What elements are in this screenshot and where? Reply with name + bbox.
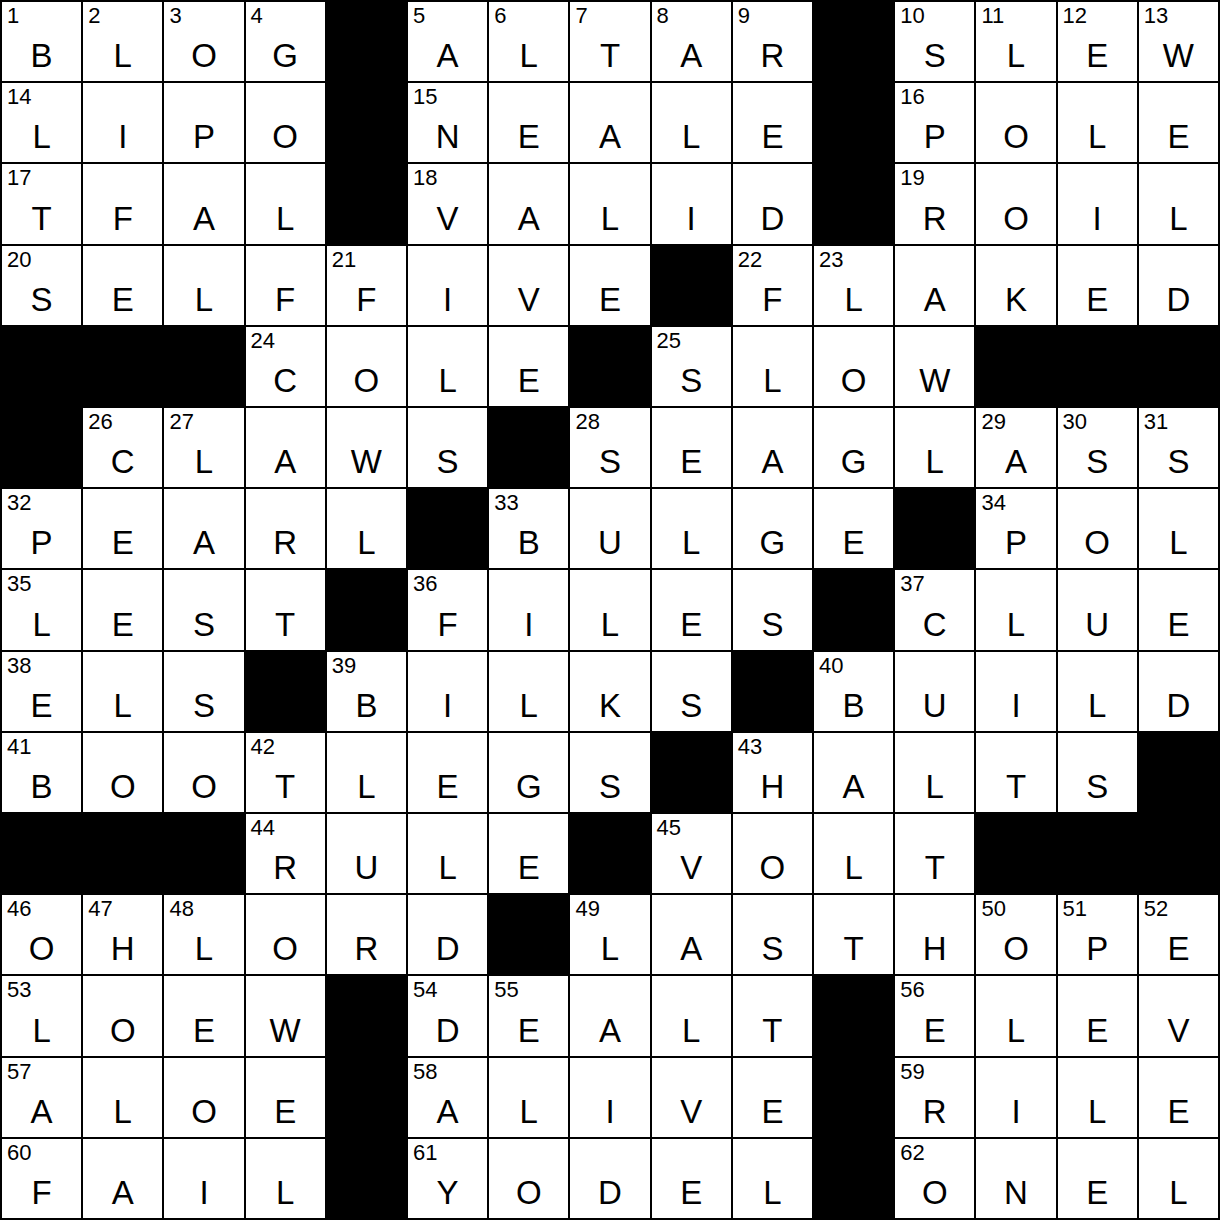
letter-cell-r14c3[interactable]: O (164, 1058, 243, 1137)
letter-cell-r11c11[interactable]: L (814, 814, 893, 893)
clue-number-25: 25 (657, 328, 681, 353)
letter-cell-r10c12[interactable]: L (895, 733, 974, 812)
letter-cell-r13c15[interactable]: V (1139, 976, 1218, 1055)
clue-number-26: 26 (88, 409, 112, 434)
letter-cell-r13c3[interactable]: E (164, 976, 243, 1055)
letter-cell-r13c1[interactable]: 53L (2, 976, 81, 1055)
letter-cell-r11c7[interactable]: E (489, 814, 568, 893)
cell-letter-r15c6: Y (408, 1176, 487, 1209)
letter-cell-r3c9[interactable]: I (652, 164, 731, 243)
letter-cell-r14c1[interactable]: 57A (2, 1058, 81, 1137)
letter-cell-r4c1[interactable]: 20S (2, 246, 81, 325)
letter-cell-r3c3[interactable]: A (164, 164, 243, 243)
cell-letter-r11c4: R (246, 851, 325, 884)
cell-letter-r8c1: L (2, 608, 81, 641)
block-cell-r5c2 (83, 327, 162, 406)
letter-cell-r14c12[interactable]: 59R (895, 1058, 974, 1137)
letter-cell-r15c15[interactable]: L (1139, 1139, 1218, 1218)
cell-letter-r12c13: O (976, 932, 1055, 965)
letter-cell-r5c6[interactable]: L (408, 327, 487, 406)
letter-cell-r9c11[interactable]: 40B (814, 652, 893, 731)
letter-cell-r7c13[interactable]: 34P (976, 489, 1055, 568)
letter-cell-r4c4[interactable]: F (246, 246, 325, 325)
letter-cell-r5c5[interactable]: O (327, 327, 406, 406)
letter-cell-r15c2[interactable]: A (83, 1139, 162, 1218)
cell-letter-r3c15: L (1139, 202, 1218, 235)
letter-cell-r6c15[interactable]: 31S (1139, 408, 1218, 487)
letter-cell-r3c13[interactable]: O (976, 164, 1055, 243)
letter-cell-r12c10[interactable]: S (733, 895, 812, 974)
letter-cell-r3c4[interactable]: L (246, 164, 325, 243)
cell-letter-r12c2: H (83, 932, 162, 965)
letter-cell-r12c3[interactable]: 48L (164, 895, 243, 974)
cell-letter-r8c10: S (733, 608, 812, 641)
letter-cell-r2c8[interactable]: A (570, 83, 649, 162)
letter-cell-r15c12[interactable]: 62O (895, 1139, 974, 1218)
letter-cell-r11c10[interactable]: O (733, 814, 812, 893)
letter-cell-r3c6[interactable]: 18V (408, 164, 487, 243)
letter-cell-r4c11[interactable]: 23L (814, 246, 893, 325)
cell-letter-r15c8: D (570, 1176, 649, 1209)
letter-cell-r9c9[interactable]: S (652, 652, 731, 731)
letter-cell-r7c2[interactable]: E (83, 489, 162, 568)
letter-cell-r5c12[interactable]: W (895, 327, 974, 406)
letter-cell-r14c10[interactable]: E (733, 1058, 812, 1137)
cell-letter-r2c1: L (2, 120, 81, 153)
letter-cell-r5c11[interactable]: O (814, 327, 893, 406)
clue-number-59: 59 (900, 1059, 924, 1084)
letter-cell-r11c6[interactable]: L (408, 814, 487, 893)
clue-number-13: 13 (1144, 3, 1168, 28)
letter-cell-r6c11[interactable]: G (814, 408, 893, 487)
letter-cell-r13c13[interactable]: L (976, 976, 1055, 1055)
letter-cell-r1c12[interactable]: 10S (895, 2, 974, 81)
letter-cell-r12c9[interactable]: A (652, 895, 731, 974)
letter-cell-r1c6[interactable]: 5A (408, 2, 487, 81)
cell-letter-r6c8: S (570, 445, 649, 478)
letter-cell-r10c1[interactable]: 41B (2, 733, 81, 812)
letter-cell-r10c10[interactable]: 43H (733, 733, 812, 812)
cell-letter-r2c14: L (1058, 120, 1137, 153)
cell-letter-r12c11: T (814, 932, 893, 965)
letter-cell-r6c9[interactable]: E (652, 408, 731, 487)
letter-cell-r7c9[interactable]: L (652, 489, 731, 568)
letter-cell-r7c10[interactable]: G (733, 489, 812, 568)
letter-cell-r5c10[interactable]: L (733, 327, 812, 406)
letter-cell-r6c14[interactable]: 30S (1058, 408, 1137, 487)
clue-number-47: 47 (88, 896, 112, 921)
letter-cell-r8c14[interactable]: U (1058, 570, 1137, 649)
letter-cell-r13c4[interactable]: W (246, 976, 325, 1055)
letter-cell-r10c5[interactable]: L (327, 733, 406, 812)
letter-cell-r7c15[interactable]: L (1139, 489, 1218, 568)
letter-cell-r12c4[interactable]: O (246, 895, 325, 974)
cell-letter-r1c4: G (246, 39, 325, 72)
cell-letter-r14c12: R (895, 1095, 974, 1128)
letter-cell-r12c15[interactable]: 52E (1139, 895, 1218, 974)
letter-cell-r1c2[interactable]: 2L (83, 2, 162, 81)
letter-cell-r15c8[interactable]: D (570, 1139, 649, 1218)
letter-cell-r8c12[interactable]: 37C (895, 570, 974, 649)
letter-cell-r10c4[interactable]: 42T (246, 733, 325, 812)
clue-number-27: 27 (169, 409, 193, 434)
cell-letter-r7c4: R (246, 526, 325, 559)
cell-letter-r12c8: L (570, 932, 649, 965)
letter-cell-r7c7[interactable]: 33B (489, 489, 568, 568)
letter-cell-r15c7[interactable]: O (489, 1139, 568, 1218)
cell-letter-r6c2: C (83, 445, 162, 478)
letter-cell-r12c13[interactable]: 50O (976, 895, 1055, 974)
cell-letter-r7c7: B (489, 526, 568, 559)
cell-letter-r10c13: T (976, 770, 1055, 803)
letter-cell-r13c6[interactable]: 54D (408, 976, 487, 1055)
cell-letter-r2c12: P (895, 120, 974, 153)
cell-letter-r4c4: F (246, 283, 325, 316)
letter-cell-r6c3[interactable]: 27L (164, 408, 243, 487)
letter-cell-r10c3[interactable]: O (164, 733, 243, 812)
letter-cell-r10c7[interactable]: G (489, 733, 568, 812)
cell-letter-r13c12: E (895, 1014, 974, 1047)
letter-cell-r9c5[interactable]: 39B (327, 652, 406, 731)
letter-cell-r2c9[interactable]: L (652, 83, 731, 162)
letter-cell-r4c13[interactable]: K (976, 246, 1055, 325)
letter-cell-r1c3[interactable]: 3O (164, 2, 243, 81)
letter-cell-r13c9[interactable]: L (652, 976, 731, 1055)
cell-letter-r5c4: C (246, 364, 325, 397)
letter-cell-r3c1[interactable]: 17T (2, 164, 81, 243)
cell-letter-r6c4: A (246, 445, 325, 478)
letter-cell-r6c13[interactable]: 29A (976, 408, 1055, 487)
letter-cell-r4c10[interactable]: 22F (733, 246, 812, 325)
letter-cell-r14c4[interactable]: E (246, 1058, 325, 1137)
letter-cell-r15c1[interactable]: 60F (2, 1139, 81, 1218)
letter-cell-r3c7[interactable]: A (489, 164, 568, 243)
cell-letter-r14c14: L (1058, 1095, 1137, 1128)
letter-cell-r3c14[interactable]: I (1058, 164, 1137, 243)
clue-number-51: 51 (1063, 896, 1087, 921)
letter-cell-r7c5[interactable]: L (327, 489, 406, 568)
letter-cell-r1c10[interactable]: 9R (733, 2, 812, 81)
letter-cell-r10c11[interactable]: A (814, 733, 893, 812)
cell-letter-r10c6: E (408, 770, 487, 803)
letter-cell-r14c6[interactable]: 58A (408, 1058, 487, 1137)
cell-letter-r14c8: I (570, 1095, 649, 1128)
letter-cell-r7c14[interactable]: O (1058, 489, 1137, 568)
cell-letter-r4c11: L (814, 283, 893, 316)
letter-cell-r3c10[interactable]: D (733, 164, 812, 243)
block-cell-r3c5 (327, 164, 406, 243)
letter-cell-r9c8[interactable]: K (570, 652, 649, 731)
letter-cell-r3c15[interactable]: L (1139, 164, 1218, 243)
letter-cell-r2c4[interactable]: O (246, 83, 325, 162)
letter-cell-r12c6[interactable]: D (408, 895, 487, 974)
clue-number-56: 56 (900, 977, 924, 1002)
cell-letter-r4c14: E (1058, 283, 1137, 316)
letter-cell-r14c7[interactable]: L (489, 1058, 568, 1137)
letter-cell-r13c2[interactable]: O (83, 976, 162, 1055)
cell-letter-r1c8: T (570, 39, 649, 72)
letter-cell-r6c2[interactable]: 26C (83, 408, 162, 487)
cell-letter-r6c12: L (895, 445, 974, 478)
cell-letter-r2c13: O (976, 120, 1055, 153)
letter-cell-r14c13[interactable]: I (976, 1058, 1055, 1137)
clue-number-40: 40 (819, 653, 843, 678)
letter-cell-r4c5[interactable]: 21F (327, 246, 406, 325)
letter-cell-r8c4[interactable]: T (246, 570, 325, 649)
letter-cell-r15c6[interactable]: 61Y (408, 1139, 487, 1218)
cell-letter-r8c6: F (408, 608, 487, 641)
block-cell-r13c11 (814, 976, 893, 1055)
letter-cell-r15c10[interactable]: L (733, 1139, 812, 1218)
letter-cell-r1c14[interactable]: 12E (1058, 2, 1137, 81)
letter-cell-r9c3[interactable]: S (164, 652, 243, 731)
block-cell-r14c5 (327, 1058, 406, 1137)
letter-cell-r2c1[interactable]: 14L (2, 83, 81, 162)
letter-cell-r2c6[interactable]: 15N (408, 83, 487, 162)
cell-letter-r3c6: V (408, 202, 487, 235)
cell-letter-r1c12: S (895, 39, 974, 72)
letter-cell-r1c15[interactable]: 13W (1139, 2, 1218, 81)
block-cell-r11c1 (2, 814, 81, 893)
letter-cell-r8c2[interactable]: E (83, 570, 162, 649)
cell-letter-r4c2: E (83, 283, 162, 316)
cell-letter-r14c15: E (1139, 1095, 1218, 1128)
clue-number-17: 17 (7, 165, 31, 190)
clue-number-41: 41 (7, 734, 31, 759)
letter-cell-r12c1[interactable]: 46O (2, 895, 81, 974)
block-cell-r10c9 (652, 733, 731, 812)
letter-cell-r3c12[interactable]: 19R (895, 164, 974, 243)
letter-cell-r2c3[interactable]: P (164, 83, 243, 162)
cell-letter-r15c12: O (895, 1176, 974, 1209)
letter-cell-r15c3[interactable]: I (164, 1139, 243, 1218)
clue-number-34: 34 (981, 490, 1005, 515)
clue-number-31: 31 (1144, 409, 1168, 434)
clue-number-38: 38 (7, 653, 31, 678)
letter-cell-r11c4[interactable]: 44R (246, 814, 325, 893)
letter-cell-r10c14[interactable]: S (1058, 733, 1137, 812)
letter-cell-r3c2[interactable]: F (83, 164, 162, 243)
letter-cell-r4c7[interactable]: V (489, 246, 568, 325)
letter-cell-r2c10[interactable]: E (733, 83, 812, 162)
letter-cell-r5c9[interactable]: 25S (652, 327, 731, 406)
letter-cell-r12c12[interactable]: H (895, 895, 974, 974)
letter-cell-r10c8[interactable]: S (570, 733, 649, 812)
letter-cell-r12c14[interactable]: 51P (1058, 895, 1137, 974)
letter-cell-r14c15[interactable]: E (1139, 1058, 1218, 1137)
letter-cell-r13c7[interactable]: 55E (489, 976, 568, 1055)
letter-cell-r1c7[interactable]: 6L (489, 2, 568, 81)
letter-cell-r7c1[interactable]: 32P (2, 489, 81, 568)
letter-cell-r6c5[interactable]: W (327, 408, 406, 487)
letter-cell-r7c4[interactable]: R (246, 489, 325, 568)
letter-cell-r6c4[interactable]: A (246, 408, 325, 487)
letter-cell-r9c6[interactable]: I (408, 652, 487, 731)
cell-letter-r11c6: L (408, 851, 487, 884)
letter-cell-r8c15[interactable]: E (1139, 570, 1218, 649)
letter-cell-r9c15[interactable]: D (1139, 652, 1218, 731)
cell-letter-r1c3: O (164, 39, 243, 72)
cell-letter-r6c3: L (164, 445, 243, 478)
cell-letter-r11c11: L (814, 851, 893, 884)
block-cell-r3c11 (814, 164, 893, 243)
letter-cell-r12c11[interactable]: T (814, 895, 893, 974)
letter-cell-r2c12[interactable]: 16P (895, 83, 974, 162)
letter-cell-r2c15[interactable]: E (1139, 83, 1218, 162)
clue-number-54: 54 (413, 977, 437, 1002)
cell-letter-r1c7: L (489, 39, 568, 72)
letter-cell-r6c8[interactable]: 28S (570, 408, 649, 487)
letter-cell-r8c8[interactable]: L (570, 570, 649, 649)
cell-letter-r10c5: L (327, 770, 406, 803)
letter-cell-r4c15[interactable]: D (1139, 246, 1218, 325)
block-cell-r11c2 (83, 814, 162, 893)
letter-cell-r13c8[interactable]: A (570, 976, 649, 1055)
clue-number-7: 7 (575, 3, 587, 28)
letter-cell-r5c7[interactable]: E (489, 327, 568, 406)
letter-cell-r3c8[interactable]: L (570, 164, 649, 243)
letter-cell-r14c2[interactable]: L (83, 1058, 162, 1137)
letter-cell-r12c5[interactable]: R (327, 895, 406, 974)
letter-cell-r8c7[interactable]: I (489, 570, 568, 649)
letter-cell-r6c6[interactable]: S (408, 408, 487, 487)
cell-letter-r10c2: O (83, 770, 162, 803)
letter-cell-r4c8[interactable]: E (570, 246, 649, 325)
letter-cell-r14c8[interactable]: I (570, 1058, 649, 1137)
cell-letter-r9c2: L (83, 689, 162, 722)
cell-letter-r12c6: D (408, 932, 487, 965)
cell-letter-r14c10: E (733, 1095, 812, 1128)
letter-cell-r9c12[interactable]: U (895, 652, 974, 731)
letter-cell-r4c2[interactable]: E (83, 246, 162, 325)
cell-letter-r12c15: E (1139, 932, 1218, 965)
block-cell-r11c13 (976, 814, 1055, 893)
cell-letter-r11c9: V (652, 851, 731, 884)
letter-cell-r8c1[interactable]: 35L (2, 570, 81, 649)
letter-cell-r9c1[interactable]: 38E (2, 652, 81, 731)
letter-cell-r1c9[interactable]: 8A (652, 2, 731, 81)
letter-cell-r4c3[interactable]: L (164, 246, 243, 325)
letter-cell-r4c12[interactable]: A (895, 246, 974, 325)
letter-cell-r12c8[interactable]: 49L (570, 895, 649, 974)
letter-cell-r6c10[interactable]: A (733, 408, 812, 487)
letter-cell-r4c14[interactable]: E (1058, 246, 1137, 325)
cell-letter-r8c7: I (489, 608, 568, 641)
letter-cell-r1c4[interactable]: 4G (246, 2, 325, 81)
clue-number-4: 4 (251, 3, 263, 28)
letter-cell-r10c13[interactable]: T (976, 733, 1055, 812)
letter-cell-r9c14[interactable]: L (1058, 652, 1137, 731)
cell-letter-r6c14: S (1058, 445, 1137, 478)
letter-cell-r15c13[interactable]: N (976, 1139, 1055, 1218)
letter-cell-r7c3[interactable]: A (164, 489, 243, 568)
letter-cell-r10c6[interactable]: E (408, 733, 487, 812)
block-cell-r8c5 (327, 570, 406, 649)
letter-cell-r9c2[interactable]: L (83, 652, 162, 731)
clue-number-5: 5 (413, 3, 425, 28)
letter-cell-r7c8[interactable]: U (570, 489, 649, 568)
letter-cell-r1c1[interactable]: 1B (2, 2, 81, 81)
letter-cell-r13c14[interactable]: E (1058, 976, 1137, 1055)
clue-number-2: 2 (88, 3, 100, 28)
letter-cell-r8c10[interactable]: S (733, 570, 812, 649)
block-cell-r14c11 (814, 1058, 893, 1137)
cell-letter-r6c10: A (733, 445, 812, 478)
clue-number-29: 29 (981, 409, 1005, 434)
letter-cell-r8c13[interactable]: L (976, 570, 1055, 649)
letter-cell-r15c4[interactable]: L (246, 1139, 325, 1218)
letter-cell-r13c12[interactable]: 56E (895, 976, 974, 1055)
letter-cell-r9c7[interactable]: L (489, 652, 568, 731)
letter-cell-r13c10[interactable]: T (733, 976, 812, 1055)
clue-number-44: 44 (251, 815, 275, 840)
letter-cell-r7c11[interactable]: E (814, 489, 893, 568)
letter-cell-r2c7[interactable]: E (489, 83, 568, 162)
clue-number-28: 28 (575, 409, 599, 434)
letter-cell-r8c6[interactable]: 36F (408, 570, 487, 649)
letter-cell-r2c14[interactable]: L (1058, 83, 1137, 162)
clue-number-55: 55 (494, 977, 518, 1002)
block-cell-r11c15 (1139, 814, 1218, 893)
letter-cell-r1c13[interactable]: 11L (976, 2, 1055, 81)
cell-letter-r14c9: V (652, 1095, 731, 1128)
cell-letter-r2c7: E (489, 120, 568, 153)
letter-cell-r9c13[interactable]: I (976, 652, 1055, 731)
letter-cell-r11c12[interactable]: T (895, 814, 974, 893)
cell-letter-r13c2: O (83, 1014, 162, 1047)
block-cell-r12c7 (489, 895, 568, 974)
cell-letter-r13c6: D (408, 1014, 487, 1047)
letter-cell-r4c6[interactable]: I (408, 246, 487, 325)
clue-number-50: 50 (981, 896, 1005, 921)
letter-cell-r15c9[interactable]: E (652, 1139, 731, 1218)
letter-cell-r5c4[interactable]: 24C (246, 327, 325, 406)
cell-letter-r9c9: S (652, 689, 731, 722)
letter-cell-r11c9[interactable]: 45V (652, 814, 731, 893)
letter-cell-r14c14[interactable]: L (1058, 1058, 1137, 1137)
cell-letter-r5c5: O (327, 364, 406, 397)
cell-letter-r9c6: I (408, 689, 487, 722)
cell-letter-r2c6: N (408, 120, 487, 153)
letter-cell-r15c14[interactable]: E (1058, 1139, 1137, 1218)
clue-number-16: 16 (900, 84, 924, 109)
letter-cell-r8c9[interactable]: E (652, 570, 731, 649)
cell-letter-r12c10: S (733, 932, 812, 965)
letter-cell-r12c2[interactable]: 47H (83, 895, 162, 974)
cell-letter-r12c5: R (327, 932, 406, 965)
cell-letter-r2c4: O (246, 120, 325, 153)
letter-cell-r2c13[interactable]: O (976, 83, 1055, 162)
block-cell-r13c5 (327, 976, 406, 1055)
clue-number-52: 52 (1144, 896, 1168, 921)
clue-number-15: 15 (413, 84, 437, 109)
cell-letter-r7c15: L (1139, 526, 1218, 559)
cell-letter-r9c7: L (489, 689, 568, 722)
cell-letter-r9c15: D (1139, 689, 1218, 722)
cell-letter-r8c8: L (570, 608, 649, 641)
letter-cell-r2c2[interactable]: I (83, 83, 162, 162)
clue-number-8: 8 (657, 3, 669, 28)
cell-letter-r7c3: A (164, 526, 243, 559)
letter-cell-r10c2[interactable]: O (83, 733, 162, 812)
cell-letter-r3c12: R (895, 202, 974, 235)
letter-cell-r1c8[interactable]: 7T (570, 2, 649, 81)
letter-cell-r8c3[interactable]: S (164, 570, 243, 649)
clue-number-61: 61 (413, 1140, 437, 1165)
letter-cell-r11c5[interactable]: U (327, 814, 406, 893)
letter-cell-r14c9[interactable]: V (652, 1058, 731, 1137)
letter-cell-r6c12[interactable]: L (895, 408, 974, 487)
